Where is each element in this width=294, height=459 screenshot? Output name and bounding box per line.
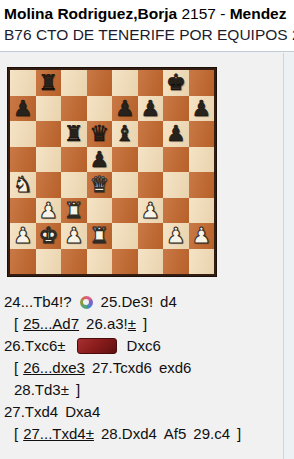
notation-move[interactable]: 26.Txc6± — [4, 335, 66, 357]
notation-move[interactable]: 28.Dxd4 — [101, 423, 157, 445]
notation-move[interactable]: Af5 — [164, 423, 187, 445]
square-h5[interactable] — [189, 147, 215, 173]
square-f5[interactable] — [138, 147, 164, 173]
black-pawn[interactable]: ♟ — [191, 96, 211, 121]
chess-board[interactable]: ♜♚♟♟♟♟♜♛♝♟♟♞♛♟♜♟♟♚♟♜♟♟ — [8, 68, 216, 276]
square-e5[interactable] — [112, 147, 138, 173]
square-d7[interactable] — [87, 96, 113, 122]
square-a1[interactable] — [10, 249, 36, 275]
square-f2[interactable] — [138, 223, 164, 249]
square-c5[interactable] — [61, 147, 87, 173]
square-h3[interactable] — [189, 198, 215, 224]
square-h2[interactable]: ♟ — [189, 223, 215, 249]
square-d5[interactable]: ♟ — [87, 147, 113, 173]
square-c2[interactable]: ♟ — [61, 223, 87, 249]
square-g8[interactable]: ♚ — [163, 70, 189, 96]
notation-move[interactable]: 24...Tb4!? — [4, 291, 72, 313]
notation-move[interactable]: 25.De3! — [101, 291, 154, 313]
variation-bracket: ] — [143, 313, 147, 335]
white-pawn[interactable]: ♟ — [64, 223, 84, 248]
square-a8[interactable] — [10, 70, 36, 96]
square-g5[interactable] — [163, 147, 189, 173]
black-queen[interactable]: ♛ — [89, 121, 109, 146]
black-rook[interactable]: ♜ — [38, 70, 58, 95]
variation-bracket: [ — [14, 423, 18, 445]
square-h8[interactable] — [189, 70, 215, 96]
square-e7[interactable]: ♟ — [112, 96, 138, 122]
square-a6[interactable] — [10, 121, 36, 147]
square-h7[interactable]: ♟ — [189, 96, 215, 122]
square-d8[interactable] — [87, 70, 113, 96]
square-b5[interactable] — [36, 147, 62, 173]
square-c6[interactable]: ♜ — [61, 121, 87, 147]
black-pawn[interactable]: ♟ — [13, 96, 33, 121]
square-a3[interactable] — [10, 198, 36, 224]
square-d4[interactable]: ♛ — [87, 172, 113, 198]
square-a2[interactable]: ♟ — [10, 223, 36, 249]
white-queen[interactable]: ♛ — [89, 172, 109, 197]
notation-line: [26...dxe327.Tcxd6exd6 — [4, 357, 282, 379]
white-knight[interactable]: ♞ — [13, 172, 33, 197]
white-pawn[interactable]: ♟ — [166, 223, 186, 248]
notation-move[interactable]: Dxc6 — [127, 335, 161, 357]
square-d2[interactable]: ♜ — [87, 223, 113, 249]
square-b4[interactable] — [36, 172, 62, 198]
notation-move[interactable]: 27.Tcxd6 — [92, 357, 152, 379]
black-rook[interactable]: ♜ — [64, 121, 84, 146]
colored-circle-annotation-icon — [80, 296, 93, 309]
square-c1[interactable] — [61, 249, 87, 275]
square-d1[interactable] — [87, 249, 113, 275]
black-pawn[interactable]: ♟ — [89, 147, 109, 172]
square-d6[interactable]: ♛ — [87, 121, 113, 147]
square-c3[interactable]: ♜ — [61, 198, 87, 224]
event-line: B76 CTO DE TENERIFE POR EQUIPOS 202 — [4, 24, 294, 45]
square-f4[interactable] — [138, 172, 164, 198]
notation-move[interactable]: exd6 — [159, 357, 192, 379]
square-d3[interactable] — [87, 198, 113, 224]
square-e4[interactable] — [112, 172, 138, 198]
black-bishop[interactable]: ♝ — [115, 121, 135, 146]
notation-line: 26.Txc6±Dxc6 — [4, 335, 282, 357]
square-c7[interactable] — [61, 96, 87, 122]
black-pawn[interactable]: ♟ — [140, 96, 160, 121]
square-g4[interactable] — [163, 172, 189, 198]
square-e6[interactable]: ♝ — [112, 121, 138, 147]
white-king[interactable]: ♚ — [38, 223, 58, 248]
square-a7[interactable]: ♟ — [10, 96, 36, 122]
square-b8[interactable]: ♜ — [36, 70, 62, 96]
player-name: Molina Rodriguez,Borja — [4, 5, 177, 22]
square-e3[interactable] — [112, 198, 138, 224]
square-f6[interactable] — [138, 121, 164, 147]
square-f3[interactable]: ♟ — [138, 198, 164, 224]
white-pawn[interactable]: ♟ — [140, 198, 160, 223]
square-c8[interactable] — [61, 70, 87, 96]
square-e2[interactable] — [112, 223, 138, 249]
game-header: Molina Rodriguez,Borja 2157 - Mendez B76… — [0, 0, 294, 52]
variation-bracket: [ — [14, 357, 18, 379]
square-b6[interactable] — [36, 121, 62, 147]
square-h1[interactable] — [189, 249, 215, 275]
square-f8[interactable] — [138, 70, 164, 96]
square-b7[interactable] — [36, 96, 62, 122]
square-a4[interactable]: ♞ — [10, 172, 36, 198]
notation-line: 27.Txd4Dxa4 — [4, 401, 282, 423]
square-g3[interactable] — [163, 198, 189, 224]
black-pawn[interactable]: ♟ — [166, 121, 186, 146]
notation-move[interactable]: 26.a3! — [86, 313, 128, 335]
square-h6[interactable] — [189, 121, 215, 147]
player-name: Mendez — [230, 5, 287, 22]
notation-move[interactable]: 27.Txd4 — [4, 401, 58, 423]
black-pawn[interactable]: ♟ — [115, 96, 135, 121]
square-a5[interactable] — [10, 147, 36, 173]
variation-bracket: ] — [237, 423, 241, 445]
chess-database-pane: Molina Rodriguez,Borja 2157 - Mendez B76… — [0, 0, 294, 459]
evaluation-symbol: ± — [128, 313, 136, 335]
notation-line: 28.Td3±] — [4, 379, 282, 401]
variation-bracket: [ — [14, 313, 18, 335]
white-rook[interactable]: ♜ — [64, 198, 84, 223]
notation-line: [27...Txd4±28.Dxd4Af529.c4] — [4, 423, 282, 445]
square-c4[interactable] — [61, 172, 87, 198]
notation-line: [25...Ad726.a3!±] — [4, 313, 282, 335]
white-rook[interactable]: ♜ — [89, 223, 109, 248]
variation-move-link[interactable]: 26...dxe3 — [23, 357, 85, 379]
scrollbar-track[interactable] — [283, 53, 294, 459]
players-line: Molina Rodriguez,Borja 2157 - Mendez — [4, 3, 294, 24]
square-b2[interactable]: ♚ — [36, 223, 62, 249]
square-b1[interactable] — [36, 249, 62, 275]
square-g1[interactable] — [163, 249, 189, 275]
square-b3[interactable]: ♟ — [36, 198, 62, 224]
square-h4[interactable] — [189, 172, 215, 198]
square-f1[interactable] — [138, 249, 164, 275]
notation-move[interactable]: 28.Td3± — [14, 379, 69, 401]
square-f7[interactable]: ♟ — [138, 96, 164, 122]
red-annotation-badge — [77, 338, 117, 354]
variation-move-link[interactable]: 27...Txd4± — [23, 423, 94, 445]
square-e8[interactable] — [112, 70, 138, 96]
notation-panel: 24...Tb4!?25.De3!d4[25...Ad726.a3!±]26.T… — [4, 291, 282, 445]
white-pawn[interactable]: ♟ — [13, 223, 33, 248]
black-king[interactable]: ♚ — [166, 70, 186, 95]
white-pawn[interactable]: ♟ — [191, 223, 211, 248]
square-e1[interactable] — [112, 249, 138, 275]
variation-bracket: ] — [76, 379, 80, 401]
notation-line: 24...Tb4!?25.De3!d4 — [4, 291, 282, 313]
square-g6[interactable]: ♟ — [163, 121, 189, 147]
rating-separator: 2157 - — [177, 5, 230, 22]
notation-move[interactable]: 29.c4 — [193, 423, 230, 445]
square-g2[interactable]: ♟ — [163, 223, 189, 249]
variation-move-link[interactable]: 25...Ad7 — [23, 313, 79, 335]
white-pawn[interactable]: ♟ — [38, 198, 58, 223]
notation-move[interactable]: d4 — [160, 291, 177, 313]
square-g7[interactable] — [163, 96, 189, 122]
notation-move[interactable]: Dxa4 — [65, 401, 100, 423]
